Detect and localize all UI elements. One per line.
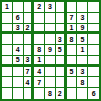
cell-r7c3: 7 — [24, 67, 35, 78]
cell-r9c4[interactable] — [34, 88, 45, 99]
cell-r4c1[interactable] — [2, 34, 13, 45]
sudoku-board: 1236733219385489515317453478826 — [0, 0, 101, 101]
cell-r8c8: 8 — [77, 77, 88, 88]
cell-r6c5[interactable] — [45, 56, 56, 67]
cell-r1c6[interactable] — [56, 2, 67, 13]
cell-r5c5: 9 — [45, 45, 56, 56]
cell-r9c1[interactable] — [2, 88, 13, 99]
cell-r2c4[interactable] — [34, 13, 45, 24]
cell-r9c9: 6 — [88, 88, 99, 99]
cell-r3c4[interactable] — [34, 24, 45, 35]
cell-r5c3[interactable] — [24, 45, 35, 56]
cell-r8c7[interactable] — [67, 77, 78, 88]
cell-r9c5: 8 — [45, 88, 56, 99]
cell-r1c8[interactable] — [77, 2, 88, 13]
cell-r8c4: 7 — [34, 77, 45, 88]
cell-r3c2: 3 — [13, 24, 24, 35]
cell-r2c3[interactable] — [24, 13, 35, 24]
cell-r6c1[interactable] — [2, 56, 13, 67]
cell-r4c3[interactable] — [24, 34, 35, 45]
cell-r7c8: 3 — [77, 67, 88, 78]
cell-r2c5[interactable] — [45, 13, 56, 24]
cell-r9c6: 2 — [56, 88, 67, 99]
cell-r7c4: 4 — [34, 67, 45, 78]
cell-r5c1[interactable] — [2, 45, 13, 56]
cell-r3c5[interactable] — [45, 24, 56, 35]
cell-r8c5[interactable] — [45, 77, 56, 88]
cell-r1c4: 2 — [34, 2, 45, 13]
cell-r3c1[interactable] — [2, 24, 13, 35]
cell-r7c1[interactable] — [2, 67, 13, 78]
cell-r4c8: 5 — [77, 34, 88, 45]
cell-r8c2[interactable] — [13, 77, 24, 88]
cell-r6c3: 3 — [24, 56, 35, 67]
cell-r5c6: 5 — [56, 45, 67, 56]
cell-r1c2[interactable] — [13, 2, 24, 13]
cell-r9c8[interactable] — [77, 88, 88, 99]
cell-r4c5[interactable] — [45, 34, 56, 45]
cell-r2c7: 7 — [67, 13, 78, 24]
cell-r6c8[interactable] — [77, 56, 88, 67]
cell-r7c5[interactable] — [45, 67, 56, 78]
cell-r6c2: 5 — [13, 56, 24, 67]
cell-r3c8: 9 — [77, 24, 88, 35]
cell-r6c4: 1 — [34, 56, 45, 67]
cell-r4c9[interactable] — [88, 34, 99, 45]
cell-r6c7[interactable] — [67, 56, 78, 67]
cell-r8c9[interactable] — [88, 77, 99, 88]
cell-r2c6[interactable] — [56, 13, 67, 24]
cell-r5c7[interactable] — [67, 45, 78, 56]
cell-r4c7: 8 — [67, 34, 78, 45]
cell-r3c3: 2 — [24, 24, 35, 35]
cell-r8c6[interactable] — [56, 77, 67, 88]
cell-r9c3[interactable] — [24, 88, 35, 99]
cell-r6c6[interactable] — [56, 56, 67, 67]
cell-r5c4: 8 — [34, 45, 45, 56]
cell-r2c8: 3 — [77, 13, 88, 24]
cell-r1c7[interactable] — [67, 2, 78, 13]
cell-r3c7: 1 — [67, 24, 78, 35]
cell-r8c3: 4 — [24, 77, 35, 88]
cell-r4c2[interactable] — [13, 34, 24, 45]
cell-r1c9[interactable] — [88, 2, 99, 13]
cell-r7c6[interactable] — [56, 67, 67, 78]
cell-r9c2[interactable] — [13, 88, 24, 99]
cell-r5c2: 4 — [13, 45, 24, 56]
cell-r2c9[interactable] — [88, 13, 99, 24]
cell-r4c6: 3 — [56, 34, 67, 45]
cell-r4c4[interactable] — [34, 34, 45, 45]
cell-r2c2: 6 — [13, 13, 24, 24]
cell-r7c9[interactable] — [88, 67, 99, 78]
cell-r1c3[interactable] — [24, 2, 35, 13]
cell-r5c8: 1 — [77, 45, 88, 56]
cell-r7c2[interactable] — [13, 67, 24, 78]
cell-r6c9[interactable] — [88, 56, 99, 67]
cell-r5c9[interactable] — [88, 45, 99, 56]
cell-r3c6[interactable] — [56, 24, 67, 35]
cell-r9c7[interactable] — [67, 88, 78, 99]
cell-r1c5: 3 — [45, 2, 56, 13]
cell-r1c1: 1 — [2, 2, 13, 13]
cell-r7c7: 5 — [67, 67, 78, 78]
cell-r8c1[interactable] — [2, 77, 13, 88]
cell-r3c9[interactable] — [88, 24, 99, 35]
cell-r2c1[interactable] — [2, 13, 13, 24]
